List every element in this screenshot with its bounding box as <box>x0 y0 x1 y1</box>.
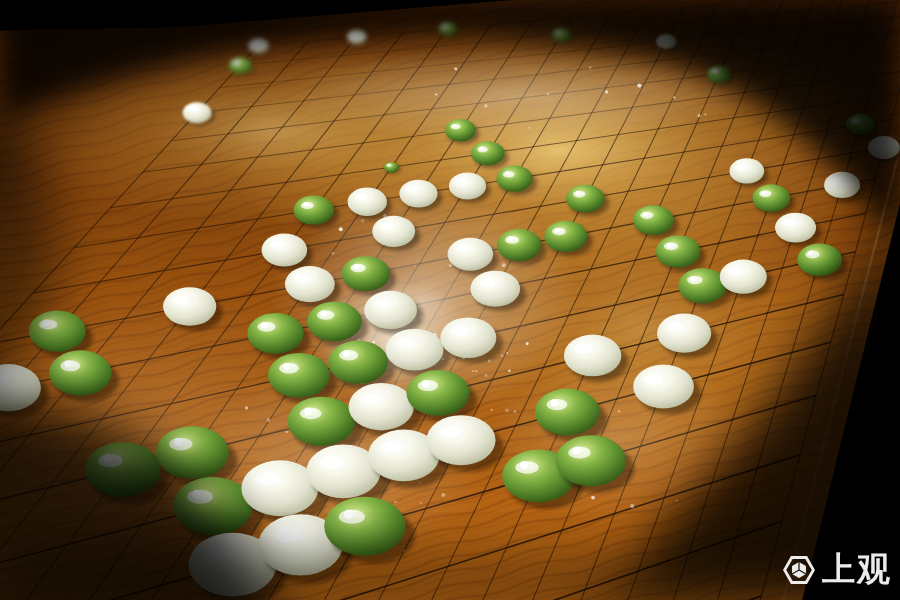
watermark: 上观 <box>783 547 892 592</box>
go-board-photo <box>0 0 900 600</box>
watermark-text: 上观 <box>822 547 892 592</box>
photo-scene: 上观 <box>0 0 900 600</box>
aperture-logo-icon <box>783 554 815 586</box>
